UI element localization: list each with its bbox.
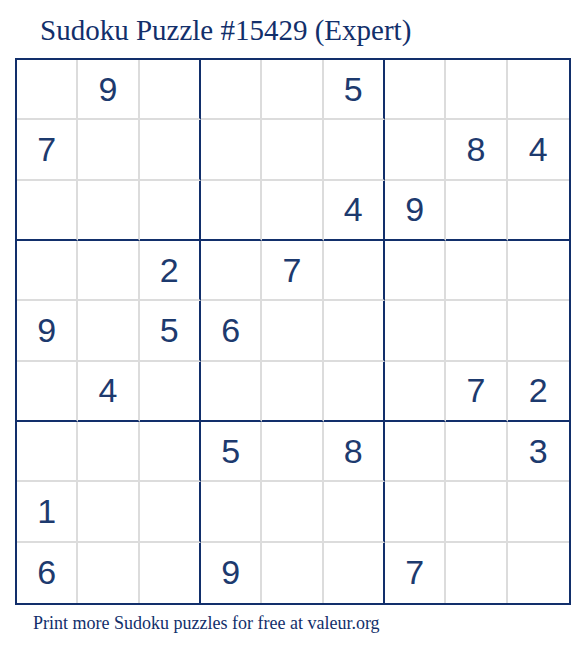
- cell-r7c2: [78, 422, 139, 482]
- cell-r6c3: [140, 362, 201, 422]
- cell-r4c7: [385, 241, 446, 301]
- given-digit-r2c8: 8: [446, 120, 507, 180]
- cell-r7c5: [262, 422, 323, 482]
- given-digit-r2c9: 4: [508, 120, 569, 180]
- given-digit-r9c7: 7: [385, 543, 446, 603]
- cell-r8c7: [385, 482, 446, 542]
- cell-r4c4: [201, 241, 262, 301]
- given-digit-r7c6: 8: [324, 422, 385, 482]
- cell-r5c9: [508, 301, 569, 361]
- cell-r3c8: [446, 181, 507, 241]
- given-digit-r7c9: 3: [508, 422, 569, 482]
- cell-r4c1: [17, 241, 78, 301]
- given-digit-r3c6: 4: [324, 181, 385, 241]
- cell-r1c3: [140, 60, 201, 120]
- cell-r3c1: [17, 181, 78, 241]
- cell-r1c1: [17, 60, 78, 120]
- cell-r8c6: [324, 482, 385, 542]
- sudoku-board: 9578449279564725831697: [15, 58, 571, 605]
- cell-r1c8: [446, 60, 507, 120]
- cell-r2c6: [324, 120, 385, 180]
- given-digit-r8c1: 1: [17, 482, 78, 542]
- cell-r3c3: [140, 181, 201, 241]
- cell-r2c7: [385, 120, 446, 180]
- given-digit-r5c1: 9: [17, 301, 78, 361]
- page-title: Sudoku Puzzle #15429 (Expert): [40, 14, 411, 47]
- given-digit-r9c1: 6: [17, 543, 78, 603]
- cell-r8c3: [140, 482, 201, 542]
- footer-text: Print more Sudoku puzzles for free at va…: [33, 613, 380, 634]
- cell-r8c4: [201, 482, 262, 542]
- given-digit-r1c2: 9: [78, 60, 139, 120]
- cell-r8c9: [508, 482, 569, 542]
- given-digit-r9c4: 9: [201, 543, 262, 603]
- cell-r5c7: [385, 301, 446, 361]
- cell-r2c2: [78, 120, 139, 180]
- cell-r9c5: [262, 543, 323, 603]
- cell-r2c3: [140, 120, 201, 180]
- cell-r3c5: [262, 181, 323, 241]
- cell-r5c8: [446, 301, 507, 361]
- cell-r6c5: [262, 362, 323, 422]
- given-digit-r4c3: 2: [140, 241, 201, 301]
- given-digit-r2c1: 7: [17, 120, 78, 180]
- cell-r3c9: [508, 181, 569, 241]
- cell-r9c2: [78, 543, 139, 603]
- page: { "game": "sudoku", "header": { "title":…: [0, 0, 580, 651]
- cell-r4c2: [78, 241, 139, 301]
- cell-r6c1: [17, 362, 78, 422]
- cell-r2c5: [262, 120, 323, 180]
- cell-r1c7: [385, 60, 446, 120]
- cell-r9c3: [140, 543, 201, 603]
- cell-r1c5: [262, 60, 323, 120]
- cell-r8c5: [262, 482, 323, 542]
- given-digit-r7c4: 5: [201, 422, 262, 482]
- cell-r4c6: [324, 241, 385, 301]
- cell-r5c2: [78, 301, 139, 361]
- given-digit-r6c9: 2: [508, 362, 569, 422]
- cell-r9c9: [508, 543, 569, 603]
- cell-r1c9: [508, 60, 569, 120]
- cell-r5c6: [324, 301, 385, 361]
- given-digit-r5c4: 6: [201, 301, 262, 361]
- cell-r3c4: [201, 181, 262, 241]
- cell-r7c3: [140, 422, 201, 482]
- cell-r6c6: [324, 362, 385, 422]
- cell-r4c8: [446, 241, 507, 301]
- given-digit-r4c5: 7: [262, 241, 323, 301]
- cell-r7c1: [17, 422, 78, 482]
- given-digit-r6c2: 4: [78, 362, 139, 422]
- cell-r7c7: [385, 422, 446, 482]
- cell-r1c4: [201, 60, 262, 120]
- cell-r6c4: [201, 362, 262, 422]
- cell-r5c5: [262, 301, 323, 361]
- cell-r8c2: [78, 482, 139, 542]
- cell-r7c8: [446, 422, 507, 482]
- cell-r2c4: [201, 120, 262, 180]
- cell-r3c2: [78, 181, 139, 241]
- given-digit-r6c8: 7: [446, 362, 507, 422]
- cell-r8c8: [446, 482, 507, 542]
- cell-r9c8: [446, 543, 507, 603]
- given-digit-r3c7: 9: [385, 181, 446, 241]
- cell-r6c7: [385, 362, 446, 422]
- cell-r4c9: [508, 241, 569, 301]
- given-digit-r1c6: 5: [324, 60, 385, 120]
- given-digit-r5c3: 5: [140, 301, 201, 361]
- cell-r9c6: [324, 543, 385, 603]
